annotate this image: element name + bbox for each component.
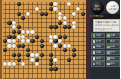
action-button-label: 手数 bbox=[96, 34, 101, 38]
action-button-exit[interactable]: 退出 bbox=[106, 61, 120, 66]
action-button-label: 退出 bbox=[110, 62, 115, 66]
white-player-name: 白方 bbox=[110, 5, 115, 6]
go-client-window: 黑方 10:00 白方 10:00 对局信息 第90手 中国规则 黑贴7.5目 … bbox=[0, 0, 120, 79]
action-button-label: 暂停 bbox=[110, 51, 115, 55]
hint-icon bbox=[93, 40, 96, 43]
action-button-chat[interactable]: 聊天 bbox=[91, 56, 105, 61]
action-button-label: 和棋 bbox=[96, 51, 101, 55]
action-button-move-count[interactable]: 手数 bbox=[91, 33, 105, 38]
action-button-settings[interactable]: 设置 bbox=[91, 61, 105, 66]
message-line: 双方正在对弈中... bbox=[95, 28, 104, 29]
action-button-label: 聊天 bbox=[96, 56, 101, 60]
go-board bbox=[0, 0, 86, 79]
action-button-label: 形势 bbox=[110, 34, 115, 38]
action-button-label: 悔棋 bbox=[96, 45, 101, 49]
action-button-grid: 手数形势提示数子悔棋认输和棋暂停聊天观战设置退出 bbox=[91, 33, 120, 67]
message-box: 中国规则 黑贴7.5目 保留时间10分 读秒30秒 双方正在对弈中... bbox=[93, 19, 121, 32]
move-count-icon bbox=[93, 34, 96, 37]
chat-icon bbox=[93, 57, 96, 60]
white-player-clock: 10:00 bbox=[109, 8, 116, 9]
draw-icon bbox=[93, 51, 96, 54]
message-line: 中国规则 黑贴7.5目 bbox=[95, 21, 104, 22]
undo-icon bbox=[93, 46, 96, 49]
action-button-pause[interactable]: 暂停 bbox=[106, 50, 120, 55]
action-button-label: 数子 bbox=[110, 39, 115, 43]
sidebar: 黑方 10:00 白方 10:00 对局信息 第90手 中国规则 黑贴7.5目 … bbox=[90, 0, 121, 79]
action-button-label: 设置 bbox=[96, 62, 101, 66]
action-button-count[interactable]: 数子 bbox=[106, 39, 120, 44]
black-player-avatar[interactable]: 黑方 10:00 bbox=[91, 1, 104, 14]
message-line: 保留时间10分 读秒30秒 bbox=[95, 24, 104, 25]
black-player-clock: 10:00 bbox=[94, 8, 101, 9]
action-button-territory[interactable]: 形势 bbox=[106, 33, 120, 38]
white-player-avatar[interactable]: 白方 10:00 bbox=[106, 1, 119, 14]
game-info-title: 对局信息 bbox=[93, 14, 103, 18]
action-button-label: 提示 bbox=[96, 39, 101, 43]
game-info-bar: 对局信息 第90手 bbox=[93, 14, 121, 19]
black-player-name: 黑方 bbox=[95, 5, 100, 6]
action-button-watch[interactable]: 观战 bbox=[106, 56, 120, 61]
settings-icon bbox=[93, 63, 96, 66]
action-button-resign[interactable]: 认输 bbox=[106, 44, 120, 49]
action-button-label: 认输 bbox=[110, 45, 115, 49]
action-button-hint[interactable]: 提示 bbox=[91, 39, 105, 44]
action-button-label: 观战 bbox=[110, 56, 115, 60]
action-button-undo[interactable]: 悔棋 bbox=[91, 44, 105, 49]
action-button-draw[interactable]: 和棋 bbox=[91, 50, 105, 55]
goban-grid[interactable] bbox=[3, 2, 90, 79]
